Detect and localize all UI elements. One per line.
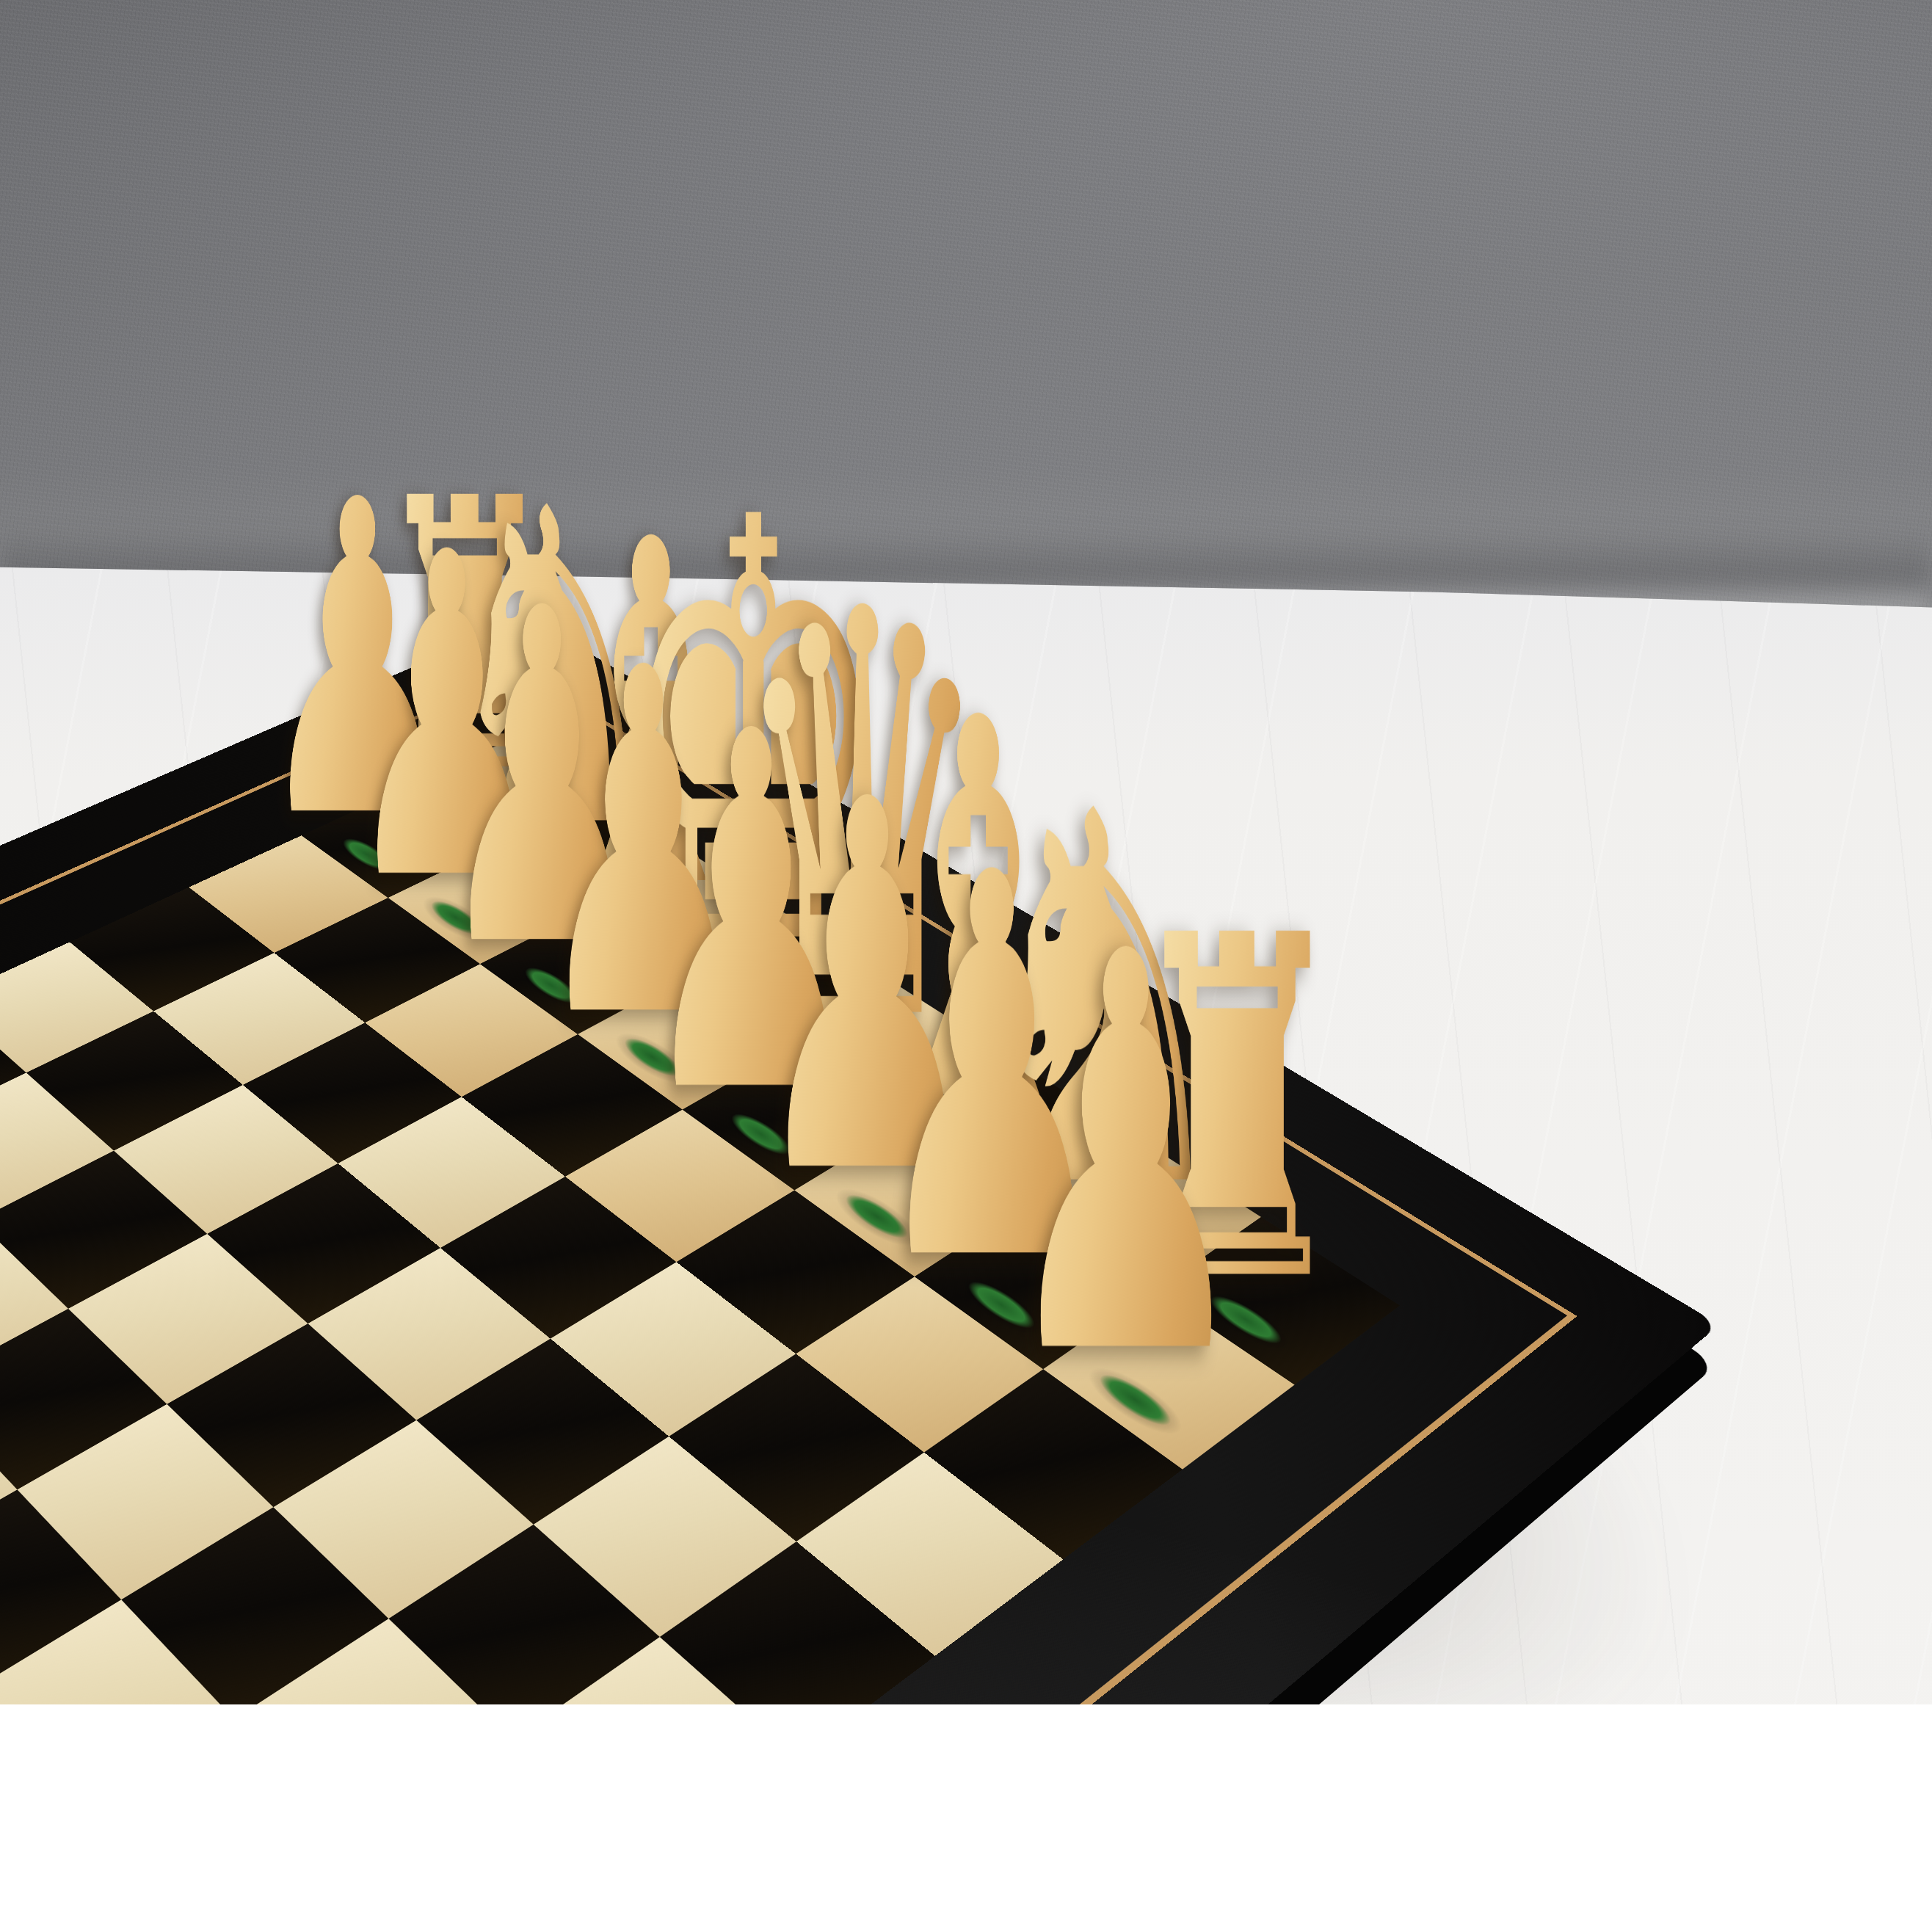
square-d4 <box>440 1177 676 1339</box>
scene: ♜♞♝♚♛♝♞♜♟♟♟♟♟♟♟♟ <box>0 0 1932 1932</box>
photo-bottom-matte <box>0 1704 1932 1932</box>
piece-white-pawn-a2: ♟ <box>998 904 1254 1408</box>
